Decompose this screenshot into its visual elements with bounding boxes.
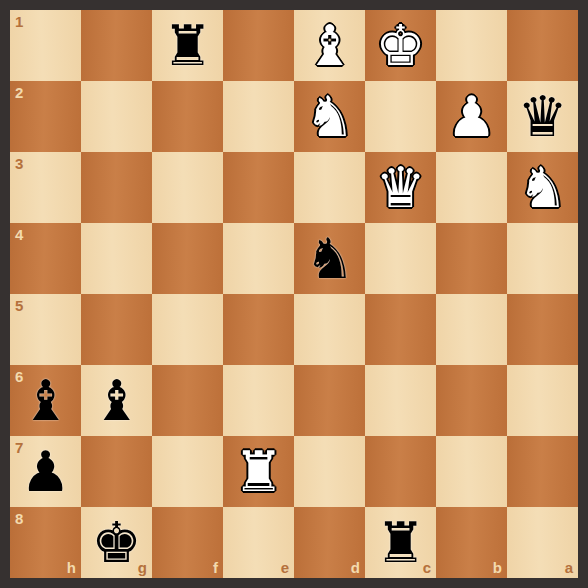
square-h1[interactable]: 1	[10, 10, 81, 81]
square-b8[interactable]: b	[436, 507, 507, 578]
square-c4[interactable]	[365, 223, 436, 294]
square-a4[interactable]	[507, 223, 578, 294]
square-f3[interactable]	[152, 152, 223, 223]
piece-white-knight-a3[interactable]: ♞	[507, 152, 578, 223]
rank-label-3: 3	[15, 156, 23, 171]
piece-white-queen-c3[interactable]: ♛	[365, 152, 436, 223]
square-c5[interactable]	[365, 294, 436, 365]
square-a7[interactable]	[507, 436, 578, 507]
square-e7[interactable]: ♜	[223, 436, 294, 507]
file-label-d: d	[351, 560, 360, 575]
rank-label-4: 4	[15, 227, 23, 242]
rank-label-2: 2	[15, 85, 23, 100]
file-label-b: b	[493, 560, 502, 575]
chess-board: 1♜♝♚2♞♟♛3♛♞4♞56♝♝7♟♜8hg♚fedc♜ba	[10, 10, 578, 578]
file-label-f: f	[213, 560, 218, 575]
square-a5[interactable]	[507, 294, 578, 365]
square-a2[interactable]: ♛	[507, 81, 578, 152]
square-d7[interactable]	[294, 436, 365, 507]
square-g6[interactable]: ♝	[81, 365, 152, 436]
square-d1[interactable]: ♝	[294, 10, 365, 81]
square-h5[interactable]: 5	[10, 294, 81, 365]
square-g3[interactable]	[81, 152, 152, 223]
piece-white-king-c1[interactable]: ♚	[365, 10, 436, 81]
piece-black-king-g8[interactable]: ♚	[81, 507, 152, 578]
file-label-h: h	[67, 560, 76, 575]
square-f2[interactable]	[152, 81, 223, 152]
square-g2[interactable]	[81, 81, 152, 152]
square-b6[interactable]	[436, 365, 507, 436]
square-f7[interactable]	[152, 436, 223, 507]
piece-black-queen-a2[interactable]: ♛	[507, 81, 578, 152]
piece-black-bishop-g6[interactable]: ♝	[81, 365, 152, 436]
square-h8[interactable]: 8h	[10, 507, 81, 578]
piece-black-knight-d4[interactable]: ♞	[294, 223, 365, 294]
piece-white-rook-e7[interactable]: ♜	[223, 436, 294, 507]
file-label-e: e	[281, 560, 289, 575]
square-c3[interactable]: ♛	[365, 152, 436, 223]
square-c2[interactable]	[365, 81, 436, 152]
piece-black-rook-c8[interactable]: ♜	[365, 507, 436, 578]
piece-white-knight-d2[interactable]: ♞	[294, 81, 365, 152]
square-g8[interactable]: g♚	[81, 507, 152, 578]
square-e4[interactable]	[223, 223, 294, 294]
file-label-a: a	[565, 560, 573, 575]
square-b2[interactable]: ♟	[436, 81, 507, 152]
square-h2[interactable]: 2	[10, 81, 81, 152]
rank-label-1: 1	[15, 14, 23, 29]
square-d5[interactable]	[294, 294, 365, 365]
square-d6[interactable]	[294, 365, 365, 436]
square-c8[interactable]: c♜	[365, 507, 436, 578]
square-f4[interactable]	[152, 223, 223, 294]
square-a3[interactable]: ♞	[507, 152, 578, 223]
square-c1[interactable]: ♚	[365, 10, 436, 81]
square-h7[interactable]: 7♟	[10, 436, 81, 507]
square-h6[interactable]: 6♝	[10, 365, 81, 436]
board-frame: 1♜♝♚2♞♟♛3♛♞4♞56♝♝7♟♜8hg♚fedc♜ba	[0, 0, 588, 588]
square-b5[interactable]	[436, 294, 507, 365]
square-g5[interactable]	[81, 294, 152, 365]
square-g7[interactable]	[81, 436, 152, 507]
piece-black-pawn-h7[interactable]: ♟	[10, 436, 81, 507]
square-d8[interactable]: d	[294, 507, 365, 578]
square-c6[interactable]	[365, 365, 436, 436]
square-g1[interactable]	[81, 10, 152, 81]
square-b4[interactable]	[436, 223, 507, 294]
square-f1[interactable]: ♜	[152, 10, 223, 81]
square-a8[interactable]: a	[507, 507, 578, 578]
piece-white-pawn-b2[interactable]: ♟	[436, 81, 507, 152]
square-a1[interactable]	[507, 10, 578, 81]
square-b3[interactable]	[436, 152, 507, 223]
square-e5[interactable]	[223, 294, 294, 365]
rank-label-8: 8	[15, 511, 23, 526]
square-b1[interactable]	[436, 10, 507, 81]
square-f6[interactable]	[152, 365, 223, 436]
square-b7[interactable]	[436, 436, 507, 507]
piece-black-rook-f1[interactable]: ♜	[152, 10, 223, 81]
square-g4[interactable]	[81, 223, 152, 294]
square-d4[interactable]: ♞	[294, 223, 365, 294]
square-e8[interactable]: e	[223, 507, 294, 578]
square-f8[interactable]: f	[152, 507, 223, 578]
square-d2[interactable]: ♞	[294, 81, 365, 152]
square-e2[interactable]	[223, 81, 294, 152]
square-h4[interactable]: 4	[10, 223, 81, 294]
square-e1[interactable]	[223, 10, 294, 81]
rank-label-5: 5	[15, 298, 23, 313]
square-h3[interactable]: 3	[10, 152, 81, 223]
square-a6[interactable]	[507, 365, 578, 436]
square-d3[interactable]	[294, 152, 365, 223]
square-f5[interactable]	[152, 294, 223, 365]
square-e6[interactable]	[223, 365, 294, 436]
square-e3[interactable]	[223, 152, 294, 223]
square-c7[interactable]	[365, 436, 436, 507]
piece-white-bishop-d1[interactable]: ♝	[294, 10, 365, 81]
piece-black-bishop-h6[interactable]: ♝	[10, 365, 81, 436]
